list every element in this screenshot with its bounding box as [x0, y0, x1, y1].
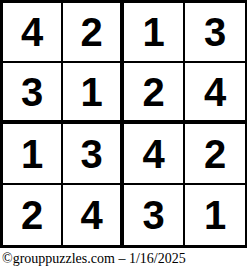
cell-r1c2: 2: [63, 3, 124, 63]
cell-r1c3: 1: [124, 3, 185, 63]
cell-r3c3: 4: [124, 124, 185, 185]
cell-r4c1: 2: [3, 185, 63, 245]
cell-r3c4: 2: [185, 124, 245, 185]
cell-r4c4: 1: [185, 185, 245, 245]
cell-r3c1: 1: [3, 124, 63, 185]
cell-r1c1: 4: [3, 3, 63, 63]
cell-r3c2: 3: [63, 124, 124, 185]
copyright-credit: ©grouppuzzles.com – 1/16/2025: [2, 251, 186, 267]
cell-r4c3: 3: [124, 185, 185, 245]
cell-r2c3: 2: [124, 63, 185, 124]
cell-r2c1: 3: [3, 63, 63, 124]
cell-r4c2: 4: [63, 185, 124, 245]
cell-r2c4: 4: [185, 63, 245, 124]
cell-r1c4: 3: [185, 3, 245, 63]
cell-r2c2: 1: [63, 63, 124, 124]
sudoku-board: 4 2 1 3 3 1 2 4 1 3 4 2 2 4 3 1: [0, 0, 247, 248]
